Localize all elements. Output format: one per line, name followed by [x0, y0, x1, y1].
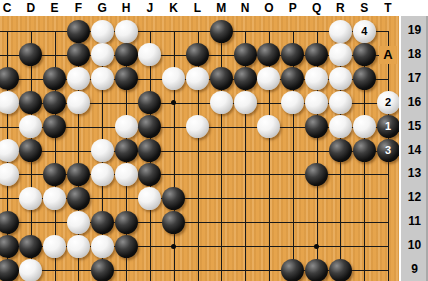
- white-stone-Q16: [305, 91, 328, 114]
- star-point-Q10: [314, 244, 319, 249]
- black-stone-D10: [19, 235, 42, 258]
- black-stone-K11: [162, 211, 185, 234]
- column-label-T: T: [377, 1, 399, 15]
- black-stone-D16: [19, 91, 42, 114]
- white-stone-D15: [19, 115, 42, 138]
- row-label-19: 19: [401, 23, 428, 37]
- black-stone-D14: [19, 139, 42, 162]
- white-stone-C13: [0, 163, 19, 186]
- move-number-label: 4: [361, 26, 367, 37]
- white-stone-G13: [91, 163, 114, 186]
- black-stone-T14: 3: [377, 139, 400, 162]
- white-stone-O15: [257, 115, 280, 138]
- black-stone-F19: [67, 20, 90, 43]
- black-stone-H18: [115, 43, 138, 66]
- black-stone-L18: [186, 43, 209, 66]
- go-app-window: CDEFGHJKLMNOPQRST A4213 1918171615141312…: [0, 0, 428, 281]
- white-stone-G14: [91, 139, 114, 162]
- move-number-label: 1: [385, 121, 391, 132]
- white-stone-E12: [43, 187, 66, 210]
- white-stone-J12: [138, 187, 161, 210]
- column-label-N: N: [234, 1, 256, 15]
- white-stone-G18: [91, 43, 114, 66]
- column-label-M: M: [210, 1, 232, 15]
- column-label-S: S: [353, 1, 375, 15]
- black-stone-G11: [91, 211, 114, 234]
- white-stone-J18: [138, 43, 161, 66]
- row-label-17: 17: [401, 71, 428, 85]
- black-stone-N17: [234, 67, 257, 90]
- white-stone-S19: 4: [353, 20, 376, 43]
- black-stone-Q9: [305, 259, 328, 281]
- row-label-18: 18: [401, 47, 428, 61]
- black-stone-C11: [0, 211, 19, 234]
- black-stone-H10: [115, 235, 138, 258]
- black-stone-R14: [329, 139, 352, 162]
- white-stone-G17: [91, 67, 114, 90]
- white-stone-M16: [210, 91, 233, 114]
- black-stone-Q13: [305, 163, 328, 186]
- black-stone-F13: [67, 163, 90, 186]
- column-label-C: C: [0, 1, 18, 15]
- black-stone-F18: [67, 43, 90, 66]
- white-stone-G19: [91, 20, 114, 43]
- column-label-J: J: [139, 1, 161, 15]
- row-label-14: 14: [401, 143, 428, 157]
- row-label-13: 13: [401, 166, 428, 180]
- row-label-11: 11: [401, 214, 428, 228]
- column-label-K: K: [163, 1, 185, 15]
- black-stone-C10: [0, 235, 19, 258]
- black-stone-E16: [43, 91, 66, 114]
- row-label-9: 9: [401, 262, 428, 276]
- column-label-D: D: [20, 1, 42, 15]
- column-label-R: R: [329, 1, 351, 15]
- white-stone-H13: [115, 163, 138, 186]
- black-stone-D18: [19, 43, 42, 66]
- black-stone-E15: [43, 115, 66, 138]
- black-stone-C9: [0, 259, 19, 281]
- black-stone-J15: [138, 115, 161, 138]
- white-stone-T16: 2: [377, 91, 400, 114]
- column-label-E: E: [44, 1, 66, 15]
- black-stone-S14: [353, 139, 376, 162]
- grid-hline-11: [0, 222, 389, 223]
- white-stone-E10: [43, 235, 66, 258]
- black-stone-G9: [91, 259, 114, 281]
- black-stone-E13: [43, 163, 66, 186]
- column-label-L: L: [187, 1, 209, 15]
- white-stone-R16: [329, 91, 352, 114]
- black-stone-F12: [67, 187, 90, 210]
- black-stone-J16: [138, 91, 161, 114]
- row-coordinates-strip: 191817161514131211109: [399, 16, 428, 281]
- white-stone-R17: [329, 67, 352, 90]
- white-stone-D9: [19, 259, 42, 281]
- star-point-K16: [171, 100, 176, 105]
- move-number-label: 3: [385, 145, 391, 156]
- row-label-10: 10: [401, 238, 428, 252]
- black-stone-Q15: [305, 115, 328, 138]
- column-label-H: H: [115, 1, 137, 15]
- white-stone-H19: [115, 20, 138, 43]
- white-stone-H15: [115, 115, 138, 138]
- white-stone-R19: [329, 20, 352, 43]
- column-label-G: G: [91, 1, 113, 15]
- black-stone-S18: [353, 43, 376, 66]
- black-stone-E17: [43, 67, 66, 90]
- go-board[interactable]: A4213: [0, 16, 399, 281]
- black-stone-M19: [210, 20, 233, 43]
- move-number-label: 2: [385, 97, 391, 108]
- white-stone-R18: [329, 43, 352, 66]
- black-stone-S17: [353, 67, 376, 90]
- black-stone-P9: [281, 259, 304, 281]
- column-label-F: F: [67, 1, 89, 15]
- black-stone-P17: [281, 67, 304, 90]
- row-label-12: 12: [401, 190, 428, 204]
- white-stone-P16: [281, 91, 304, 114]
- row-label-15: 15: [401, 119, 428, 133]
- black-stone-K12: [162, 187, 185, 210]
- white-stone-F16: [67, 91, 90, 114]
- column-label-Q: Q: [306, 1, 328, 15]
- black-stone-R9: [329, 259, 352, 281]
- white-stone-F17: [67, 67, 90, 90]
- column-label-O: O: [258, 1, 280, 15]
- column-label-P: P: [282, 1, 304, 15]
- white-stone-O17: [257, 67, 280, 90]
- white-stone-L17: [186, 67, 209, 90]
- black-stone-M17: [210, 67, 233, 90]
- black-stone-J14: [138, 139, 161, 162]
- column-coordinates-strip: CDEFGHJKLMNOPQRST: [0, 0, 428, 16]
- row-label-16: 16: [401, 95, 428, 109]
- annotation-T18: A: [379, 46, 397, 64]
- white-stone-S15: [353, 115, 376, 138]
- black-stone-N18: [234, 43, 257, 66]
- white-stone-C16: [0, 91, 19, 114]
- black-stone-T15: 1: [377, 115, 400, 138]
- star-point-K10: [171, 244, 176, 249]
- white-stone-F10: [67, 235, 90, 258]
- white-stone-G10: [91, 235, 114, 258]
- black-stone-Q18: [305, 43, 328, 66]
- white-stone-R15: [329, 115, 352, 138]
- black-stone-H14: [115, 139, 138, 162]
- white-stone-Q17: [305, 67, 328, 90]
- white-stone-N16: [234, 91, 257, 114]
- white-stone-K17: [162, 67, 185, 90]
- white-stone-F11: [67, 211, 90, 234]
- white-stone-L15: [186, 115, 209, 138]
- black-stone-J13: [138, 163, 161, 186]
- white-stone-D12: [19, 187, 42, 210]
- black-stone-H11: [115, 211, 138, 234]
- black-stone-O18: [257, 43, 280, 66]
- black-stone-C17: [0, 67, 19, 90]
- black-stone-H17: [115, 67, 138, 90]
- black-stone-P18: [281, 43, 304, 66]
- white-stone-C14: [0, 139, 19, 162]
